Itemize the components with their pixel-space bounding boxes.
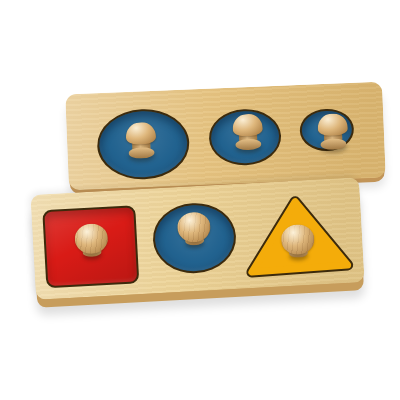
knob-base	[320, 138, 346, 150]
photo-canvas	[0, 0, 400, 400]
piece-red-square[interactable]	[42, 205, 139, 288]
wooden-knob-medium-circle[interactable]	[232, 114, 263, 151]
slot-red-square	[34, 189, 146, 300]
knob-cap	[125, 122, 156, 145]
back-board-circle-sizes	[65, 82, 386, 191]
wooden-knob-blue-circle[interactable]	[176, 211, 211, 246]
piece-yellow-triangle[interactable]	[238, 189, 354, 281]
knob-cap	[74, 222, 109, 254]
wooden-knob-red-square[interactable]	[74, 222, 109, 257]
slot-yellow-triangle	[242, 177, 360, 288]
piece-small-blue-circle[interactable]	[299, 108, 355, 152]
front-board-three-shapes	[30, 177, 364, 300]
wooden-knob-yellow-triangle[interactable]	[280, 223, 315, 258]
wooden-knob-large-circle[interactable]	[125, 122, 156, 159]
knob-cap	[232, 114, 263, 137]
slot-medium-circle	[195, 85, 291, 185]
slot-blue-circle	[140, 184, 248, 294]
knob-cap	[317, 113, 348, 136]
knob-cap	[280, 223, 315, 255]
slot-small-circle	[287, 82, 377, 181]
knob-cap	[176, 211, 211, 243]
piece-large-blue-circle[interactable]	[96, 107, 191, 181]
piece-medium-blue-circle[interactable]	[208, 108, 282, 167]
piece-blue-circle[interactable]	[151, 200, 238, 274]
wooden-knob-small-circle[interactable]	[317, 113, 348, 150]
slot-large-circle	[77, 89, 199, 190]
knob-base	[128, 147, 154, 159]
knob-base	[235, 139, 261, 151]
